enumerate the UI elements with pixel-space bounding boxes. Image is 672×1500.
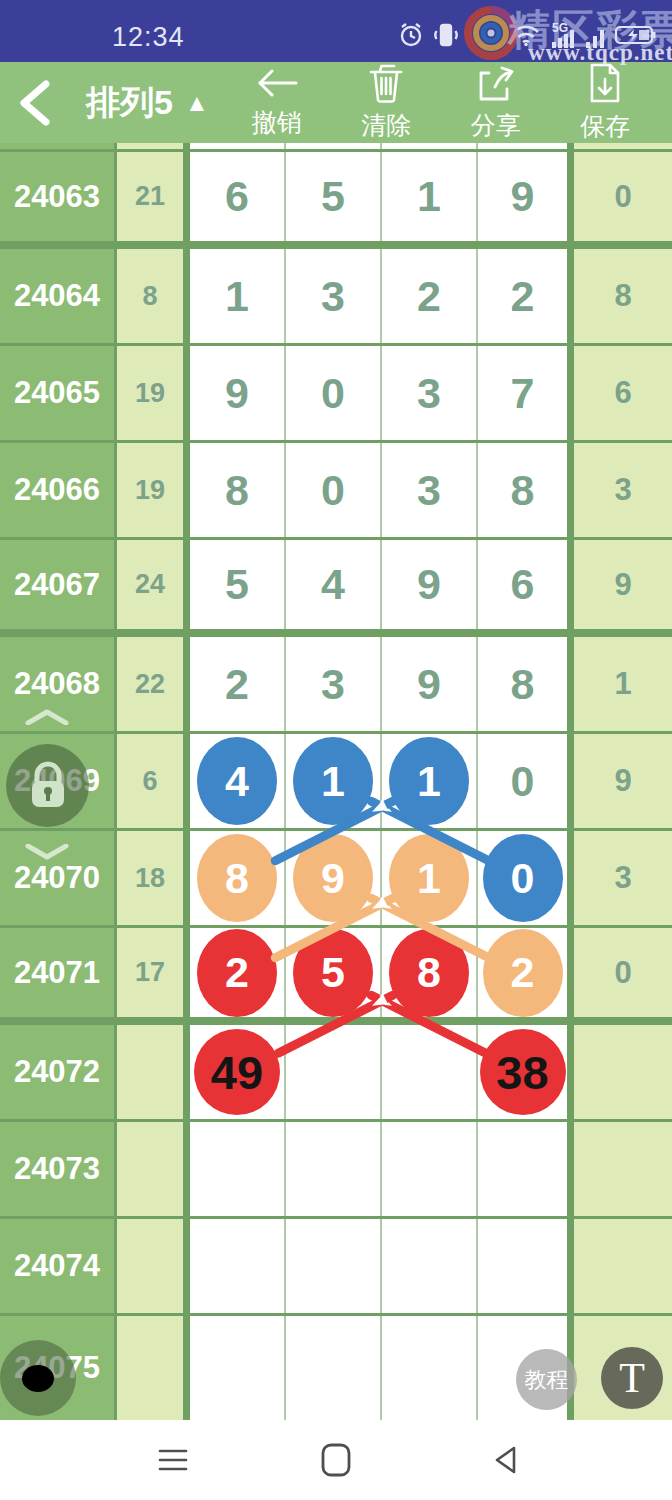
digit-cell[interactable]: 9 [286,831,382,925]
digit-cell[interactable]: 0 [286,346,382,440]
issue-cell: 24064 [0,249,117,343]
chart-row-24065: 240651990376 [0,346,672,443]
chart-row-24063: 240632165190 [0,152,672,249]
digit-cell[interactable]: 38 [478,1025,574,1119]
sum-cell: 22 [117,637,190,731]
marked-number-orange: 1 [389,834,469,922]
issue-cell: 24067 [0,540,117,629]
issue-cell: 24071 [0,928,117,1017]
game-title-dropdown[interactable]: 排列5 ▲ [86,62,209,143]
undo-label: 撤销 [252,106,302,139]
back-icon[interactable] [489,1443,523,1477]
digit-cell[interactable]: 3 [382,443,478,537]
last-digit-cell [574,1219,672,1313]
digit-cell[interactable] [382,1316,478,1420]
marked-number-red: 5 [293,929,373,1017]
issue-cell: 24063 [0,152,117,241]
last-digit-cell: 1 [574,637,672,731]
android-nav-bar [0,1420,672,1500]
chart-row-24071: 240711725820 [0,928,672,1025]
partial-cell [382,143,478,149]
digit-cell[interactable]: 8 [478,637,574,731]
back-button[interactable] [14,80,58,126]
issue-cell: 24072 [0,1025,117,1119]
digit-cell[interactable]: 1 [382,831,478,925]
app-screen: 12:34 5G [0,0,672,1500]
last-digit-cell: 8 [574,249,672,343]
sum-cell [117,1219,190,1313]
digit-cell[interactable] [478,1122,574,1216]
digit-cell[interactable]: 9 [478,152,574,241]
share-label: 分享 [471,109,521,142]
digit-cell[interactable]: 1 [286,734,382,828]
digit-cell[interactable]: 1 [190,249,286,343]
pen-color-button[interactable] [0,1340,76,1416]
sum-cell [117,1122,190,1216]
marked-number-orange: 2 [483,929,563,1017]
sum-cell: 24 [117,540,190,629]
digit-cell[interactable] [286,1219,382,1313]
vibrate-icon [433,21,459,49]
last-digit-cell: 9 [574,734,672,828]
marked-number-red-big: 38 [480,1029,566,1115]
last-digit-cell: 0 [574,152,672,241]
page-title: 排列5 [86,80,173,126]
digit-cell[interactable]: 5 [190,540,286,629]
partial-cell [478,143,574,149]
issue-cell: 24065 [0,346,117,440]
lock-button[interactable] [6,744,89,827]
sum-cell [117,1025,190,1119]
undo-button[interactable]: 撤销 [252,66,302,139]
digit-cell[interactable] [286,1025,382,1119]
digit-cell[interactable]: 1 [382,152,478,241]
digit-cell[interactable]: 2 [190,928,286,1017]
trash-icon [367,63,405,107]
sum-cell: 6 [117,734,190,828]
tutorial-button[interactable]: 教程 [516,1349,577,1410]
digit-cell[interactable]: 9 [382,637,478,731]
toolbar-actions: 撤销 清除 分享 [222,62,660,143]
digit-cell[interactable] [478,1219,574,1313]
save-file-icon [588,62,622,108]
digit-cell[interactable] [382,1122,478,1216]
menu-icon[interactable] [156,1446,190,1474]
digit-cell[interactable]: 8 [382,928,478,1017]
clear-label: 清除 [361,109,411,142]
marked-number-blue: 0 [483,834,563,922]
issue-cell: 24073 [0,1122,117,1216]
sum-cell: 17 [117,928,190,1017]
digit-cell[interactable]: 49 [190,1025,286,1119]
digit-cell[interactable] [286,1316,382,1420]
trend-chart-table: 2406321651902406481322824065199037624066… [0,143,672,1420]
digit-cell[interactable]: 8 [478,443,574,537]
home-icon[interactable] [319,1441,353,1479]
digit-cell[interactable]: 0 [478,734,574,828]
save-button[interactable]: 保存 [580,62,630,143]
digit-cell[interactable]: 4 [286,540,382,629]
digit-cell[interactable] [382,1219,478,1313]
marked-number-orange: 9 [293,834,373,922]
toolbar: 排列5 ▲ 撤销 清除 [0,62,672,143]
text-tool-button[interactable]: T [601,1347,663,1409]
lock-icon [25,760,71,812]
digit-cell[interactable]: 5 [286,152,382,241]
share-icon [475,63,517,107]
partial-cell [117,143,190,149]
digit-cell[interactable]: 0 [286,443,382,537]
last-digit-cell: 0 [574,928,672,1017]
chart-row-24069: 24069641109 [0,734,672,831]
issue-cell: 24074 [0,1219,117,1313]
watermark-url-text: www.tqcp.net [528,40,672,66]
marked-number-blue: 1 [293,737,373,825]
last-digit-cell: 9 [574,540,672,629]
digit-cell[interactable] [286,1122,382,1216]
alarm-icon [398,21,424,49]
last-digit-cell: 3 [574,443,672,537]
digit-cell[interactable]: 8 [190,443,286,537]
sum-cell: 19 [117,443,190,537]
black-dot-icon [22,1365,54,1392]
chart-row-24068: 240682223981 [0,637,672,734]
last-digit-cell [574,1025,672,1119]
digit-cell[interactable]: 9 [382,540,478,629]
last-digit-cell [574,1122,672,1216]
digit-cell[interactable] [190,1219,286,1313]
partial-cell [574,143,672,149]
share-button[interactable]: 分享 [471,63,521,142]
digit-cell[interactable] [190,1122,286,1216]
chart-row-24073: 24073 [0,1122,672,1219]
digit-cell[interactable]: 2 [382,249,478,343]
digit-cell[interactable]: 2 [478,249,574,343]
digit-cell[interactable]: 3 [382,346,478,440]
last-digit-cell: 3 [574,831,672,925]
marked-number-red: 2 [197,929,277,1017]
digit-cell[interactable]: 2 [478,928,574,1017]
digit-cell[interactable]: 3 [286,249,382,343]
digit-cell[interactable]: 5 [286,928,382,1017]
issue-cell: 24066 [0,443,117,537]
digit-cell[interactable]: 2 [190,637,286,731]
last-digit-cell: 6 [574,346,672,440]
digit-cell[interactable]: 0 [478,831,574,925]
digit-cell[interactable]: 6 [478,540,574,629]
partial-row-top [0,143,672,152]
sum-cell: 21 [117,152,190,241]
digit-cell[interactable]: 3 [286,637,382,731]
partial-cell [190,143,286,149]
digit-cell[interactable]: 7 [478,346,574,440]
partial-cell [286,143,382,149]
clear-button[interactable]: 清除 [361,63,411,142]
sum-cell [117,1316,190,1420]
sum-cell: 8 [117,249,190,343]
status-time: 12:34 [112,22,185,53]
marked-number-red: 8 [389,929,469,1017]
partial-cell [0,143,117,149]
scroll-up-chevron-icon[interactable] [25,709,69,725]
chart-row-24074: 24074 [0,1219,672,1316]
digit-cell[interactable]: 9 [190,346,286,440]
digit-cell[interactable]: 6 [190,152,286,241]
digit-cell[interactable]: 4 [190,734,286,828]
scroll-down-chevron-icon[interactable] [25,844,69,860]
sum-cell: 19 [117,346,190,440]
chart-row-24067: 240672454969 [0,540,672,637]
digit-cell[interactable]: 1 [382,734,478,828]
marked-number-blue: 1 [389,737,469,825]
chart-row-24064: 24064813228 [0,249,672,346]
digit-cell[interactable]: 8 [190,831,286,925]
chart-row-24066: 240661980383 [0,443,672,540]
marked-number-red-big: 49 [194,1029,280,1115]
dropdown-caret-icon: ▲ [185,89,209,117]
undo-arrow-icon [254,66,300,104]
chart-row-24072: 240724938 [0,1025,672,1122]
marked-number-orange: 8 [197,834,277,922]
save-label: 保存 [580,110,630,143]
digit-cell[interactable] [382,1025,478,1119]
marked-number-blue: 4 [197,737,277,825]
sum-cell: 18 [117,831,190,925]
chart-row-24070: 240701889103 [0,831,672,928]
digit-cell[interactable] [190,1316,286,1420]
